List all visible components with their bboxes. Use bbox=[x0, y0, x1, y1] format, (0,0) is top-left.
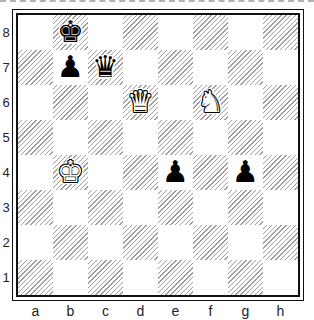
square-e1[interactable] bbox=[158, 260, 193, 295]
file-label-e: e bbox=[158, 303, 193, 319]
square-h4[interactable] bbox=[263, 155, 298, 190]
square-a6[interactable] bbox=[18, 85, 53, 120]
square-b2[interactable] bbox=[53, 225, 88, 260]
square-b8[interactable]: ♚ bbox=[53, 15, 88, 50]
chess-board: ♚♟♛♛♞♚♟♟ bbox=[18, 15, 298, 295]
square-a4[interactable] bbox=[18, 155, 53, 190]
square-f1[interactable] bbox=[193, 260, 228, 295]
square-f5[interactable] bbox=[193, 120, 228, 155]
square-g1[interactable] bbox=[228, 260, 263, 295]
piece-white-king-b4[interactable]: ♚ bbox=[57, 155, 84, 189]
rank-label-8: 8 bbox=[0, 15, 12, 50]
rank-label-6: 6 bbox=[0, 85, 12, 120]
square-c6[interactable] bbox=[88, 85, 123, 120]
square-d8[interactable] bbox=[123, 15, 158, 50]
file-label-g: g bbox=[228, 303, 263, 319]
square-g5[interactable] bbox=[228, 120, 263, 155]
square-b6[interactable] bbox=[53, 85, 88, 120]
square-c1[interactable] bbox=[88, 260, 123, 295]
square-g6[interactable] bbox=[228, 85, 263, 120]
square-a3[interactable] bbox=[18, 190, 53, 225]
file-label-c: c bbox=[88, 303, 123, 319]
piece-white-queen-d6[interactable]: ♛ bbox=[127, 85, 154, 119]
file-label-f: f bbox=[193, 303, 228, 319]
square-g7[interactable] bbox=[228, 50, 263, 85]
piece-white-knight-f6[interactable]: ♞ bbox=[197, 85, 224, 119]
file-label-h: h bbox=[263, 303, 298, 319]
square-d7[interactable] bbox=[123, 50, 158, 85]
rank-label-2: 2 bbox=[0, 225, 12, 260]
square-b5[interactable] bbox=[53, 120, 88, 155]
chess-board-border: ♚♟♛♛♞♚♟♟ bbox=[16, 13, 300, 297]
square-d1[interactable] bbox=[123, 260, 158, 295]
square-e4[interactable]: ♟ bbox=[158, 155, 193, 190]
square-f8[interactable] bbox=[193, 15, 228, 50]
file-label-b: b bbox=[53, 303, 88, 319]
square-c5[interactable] bbox=[88, 120, 123, 155]
square-h7[interactable] bbox=[263, 50, 298, 85]
rank-label-3: 3 bbox=[0, 190, 12, 225]
chess-board-frame: ♚♟♛♛♞♚♟♟ bbox=[12, 9, 304, 301]
square-a8[interactable] bbox=[18, 15, 53, 50]
square-h1[interactable] bbox=[263, 260, 298, 295]
rank-labels: 87654321 bbox=[0, 15, 12, 295]
square-e6[interactable] bbox=[158, 85, 193, 120]
piece-black-pawn-b7[interactable]: ♟ bbox=[57, 50, 84, 84]
square-d4[interactable] bbox=[123, 155, 158, 190]
square-f4[interactable] bbox=[193, 155, 228, 190]
square-g4[interactable]: ♟ bbox=[228, 155, 263, 190]
square-c7[interactable]: ♛ bbox=[88, 50, 123, 85]
square-d3[interactable] bbox=[123, 190, 158, 225]
square-g2[interactable] bbox=[228, 225, 263, 260]
square-d2[interactable] bbox=[123, 225, 158, 260]
square-f3[interactable] bbox=[193, 190, 228, 225]
square-e3[interactable] bbox=[158, 190, 193, 225]
square-a5[interactable] bbox=[18, 120, 53, 155]
square-a7[interactable] bbox=[18, 50, 53, 85]
piece-black-pawn-g4[interactable]: ♟ bbox=[232, 155, 259, 189]
square-c3[interactable] bbox=[88, 190, 123, 225]
square-h3[interactable] bbox=[263, 190, 298, 225]
file-label-a: a bbox=[18, 303, 53, 319]
square-h6[interactable] bbox=[263, 85, 298, 120]
square-h2[interactable] bbox=[263, 225, 298, 260]
square-f2[interactable] bbox=[193, 225, 228, 260]
square-d5[interactable] bbox=[123, 120, 158, 155]
square-b1[interactable] bbox=[53, 260, 88, 295]
rank-label-1: 1 bbox=[0, 260, 12, 295]
square-e7[interactable] bbox=[158, 50, 193, 85]
square-g8[interactable] bbox=[228, 15, 263, 50]
square-d6[interactable]: ♛ bbox=[123, 85, 158, 120]
square-h5[interactable] bbox=[263, 120, 298, 155]
top-dashed-divider bbox=[0, 0, 314, 2]
square-c4[interactable] bbox=[88, 155, 123, 190]
square-g3[interactable] bbox=[228, 190, 263, 225]
square-b4[interactable]: ♚ bbox=[53, 155, 88, 190]
square-c2[interactable] bbox=[88, 225, 123, 260]
square-e8[interactable] bbox=[158, 15, 193, 50]
piece-black-king-b8[interactable]: ♚ bbox=[57, 15, 84, 49]
piece-black-pawn-e4[interactable]: ♟ bbox=[162, 155, 189, 189]
square-h8[interactable] bbox=[263, 15, 298, 50]
rank-label-4: 4 bbox=[0, 155, 12, 190]
square-c8[interactable] bbox=[88, 15, 123, 50]
square-e2[interactable] bbox=[158, 225, 193, 260]
square-f7[interactable] bbox=[193, 50, 228, 85]
piece-black-queen-c7[interactable]: ♛ bbox=[92, 50, 119, 84]
file-label-d: d bbox=[123, 303, 158, 319]
square-a2[interactable] bbox=[18, 225, 53, 260]
file-labels: abcdefgh bbox=[18, 303, 298, 319]
rank-label-5: 5 bbox=[0, 120, 12, 155]
square-a1[interactable] bbox=[18, 260, 53, 295]
square-b3[interactable] bbox=[53, 190, 88, 225]
square-f6[interactable]: ♞ bbox=[193, 85, 228, 120]
square-b7[interactable]: ♟ bbox=[53, 50, 88, 85]
rank-label-7: 7 bbox=[0, 50, 12, 85]
square-e5[interactable] bbox=[158, 120, 193, 155]
